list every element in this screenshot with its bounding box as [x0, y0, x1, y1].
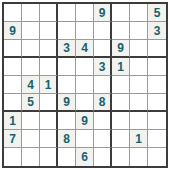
cell-r4c4-empty[interactable] [58, 58, 76, 76]
cell-r3c1-empty[interactable] [4, 40, 22, 58]
cell-r4c1-empty[interactable] [4, 58, 22, 76]
cell-r8c7-empty[interactable] [112, 130, 130, 148]
cell-r4c8-empty[interactable] [130, 58, 148, 76]
cell-r2c1-given: 9 [4, 22, 22, 40]
sudoku-board: 95933493141598197816 [2, 2, 168, 168]
cell-r8c9-empty[interactable] [148, 130, 166, 148]
sudoku-page: 95933493141598197816 [0, 0, 170, 170]
cell-r8c5-empty[interactable] [76, 130, 94, 148]
cell-r9c9-empty[interactable] [148, 148, 166, 166]
cell-r6c6-given: 8 [94, 94, 112, 112]
cell-r6c1-empty[interactable] [4, 94, 22, 112]
cell-r5c6-empty[interactable] [94, 76, 112, 94]
cell-r5c3-given: 1 [40, 76, 58, 94]
cell-r1c9-given: 5 [148, 4, 166, 22]
cell-r3c8-empty[interactable] [130, 40, 148, 58]
cell-r3c5-given: 4 [76, 40, 94, 58]
cell-r3c3-empty[interactable] [40, 40, 58, 58]
cell-r7c1-given: 1 [4, 112, 22, 130]
cell-r6c3-empty[interactable] [40, 94, 58, 112]
cell-r1c6-given: 9 [94, 4, 112, 22]
cell-r4c7-given: 1 [112, 58, 130, 76]
cell-r2c4-empty[interactable] [58, 22, 76, 40]
cell-r7c8-empty[interactable] [130, 112, 148, 130]
cell-r2c6-empty[interactable] [94, 22, 112, 40]
cell-r8c8-given: 1 [130, 130, 148, 148]
cell-r6c8-empty[interactable] [130, 94, 148, 112]
cell-r8c3-empty[interactable] [40, 130, 58, 148]
cell-r2c8-empty[interactable] [130, 22, 148, 40]
cell-r3c7-given: 9 [112, 40, 130, 58]
cell-r8c4-given: 8 [58, 130, 76, 148]
cell-r6c7-empty[interactable] [112, 94, 130, 112]
cell-r8c6-empty[interactable] [94, 130, 112, 148]
cell-r2c3-empty[interactable] [40, 22, 58, 40]
cell-r6c5-empty[interactable] [76, 94, 94, 112]
cell-r5c4-empty[interactable] [58, 76, 76, 94]
cell-r3c4-given: 3 [58, 40, 76, 58]
cell-r5c1-empty[interactable] [4, 76, 22, 94]
cell-r9c7-empty[interactable] [112, 148, 130, 166]
cell-r1c2-empty[interactable] [22, 4, 40, 22]
cell-r2c2-empty[interactable] [22, 22, 40, 40]
cell-r6c2-given: 5 [22, 94, 40, 112]
cell-r8c2-empty[interactable] [22, 130, 40, 148]
cell-r3c6-empty[interactable] [94, 40, 112, 58]
cell-r1c3-empty[interactable] [40, 4, 58, 22]
cell-r7c3-empty[interactable] [40, 112, 58, 130]
cell-r7c9-empty[interactable] [148, 112, 166, 130]
cell-r7c5-given: 9 [76, 112, 94, 130]
cell-r7c6-empty[interactable] [94, 112, 112, 130]
cell-r7c4-empty[interactable] [58, 112, 76, 130]
cell-r3c9-empty[interactable] [148, 40, 166, 58]
cell-r5c7-empty[interactable] [112, 76, 130, 94]
cell-r4c6-given: 3 [94, 58, 112, 76]
cell-r9c8-empty[interactable] [130, 148, 148, 166]
cell-r4c3-empty[interactable] [40, 58, 58, 76]
cell-r4c5-empty[interactable] [76, 58, 94, 76]
cell-r4c9-empty[interactable] [148, 58, 166, 76]
cell-r1c5-empty[interactable] [76, 4, 94, 22]
cell-r2c7-empty[interactable] [112, 22, 130, 40]
cell-r9c3-empty[interactable] [40, 148, 58, 166]
cell-r5c5-empty[interactable] [76, 76, 94, 94]
cell-r9c2-empty[interactable] [22, 148, 40, 166]
cell-r9c5-given: 6 [76, 148, 94, 166]
cell-r5c2-given: 4 [22, 76, 40, 94]
cell-r1c4-empty[interactable] [58, 4, 76, 22]
cell-r3c2-empty[interactable] [22, 40, 40, 58]
cell-r7c7-empty[interactable] [112, 112, 130, 130]
cell-r1c1-empty[interactable] [4, 4, 22, 22]
cell-r2c5-empty[interactable] [76, 22, 94, 40]
cell-r1c7-empty[interactable] [112, 4, 130, 22]
cell-r4c2-empty[interactable] [22, 58, 40, 76]
cell-r5c8-empty[interactable] [130, 76, 148, 94]
cell-r1c8-empty[interactable] [130, 4, 148, 22]
cell-r6c9-empty[interactable] [148, 94, 166, 112]
cell-r9c4-empty[interactable] [58, 148, 76, 166]
cell-r9c1-empty[interactable] [4, 148, 22, 166]
cell-r9c6-empty[interactable] [94, 148, 112, 166]
cell-r2c9-given: 3 [148, 22, 166, 40]
cell-r8c1-given: 7 [4, 130, 22, 148]
cell-r7c2-empty[interactable] [22, 112, 40, 130]
cell-r6c4-given: 9 [58, 94, 76, 112]
cell-r5c9-empty[interactable] [148, 76, 166, 94]
